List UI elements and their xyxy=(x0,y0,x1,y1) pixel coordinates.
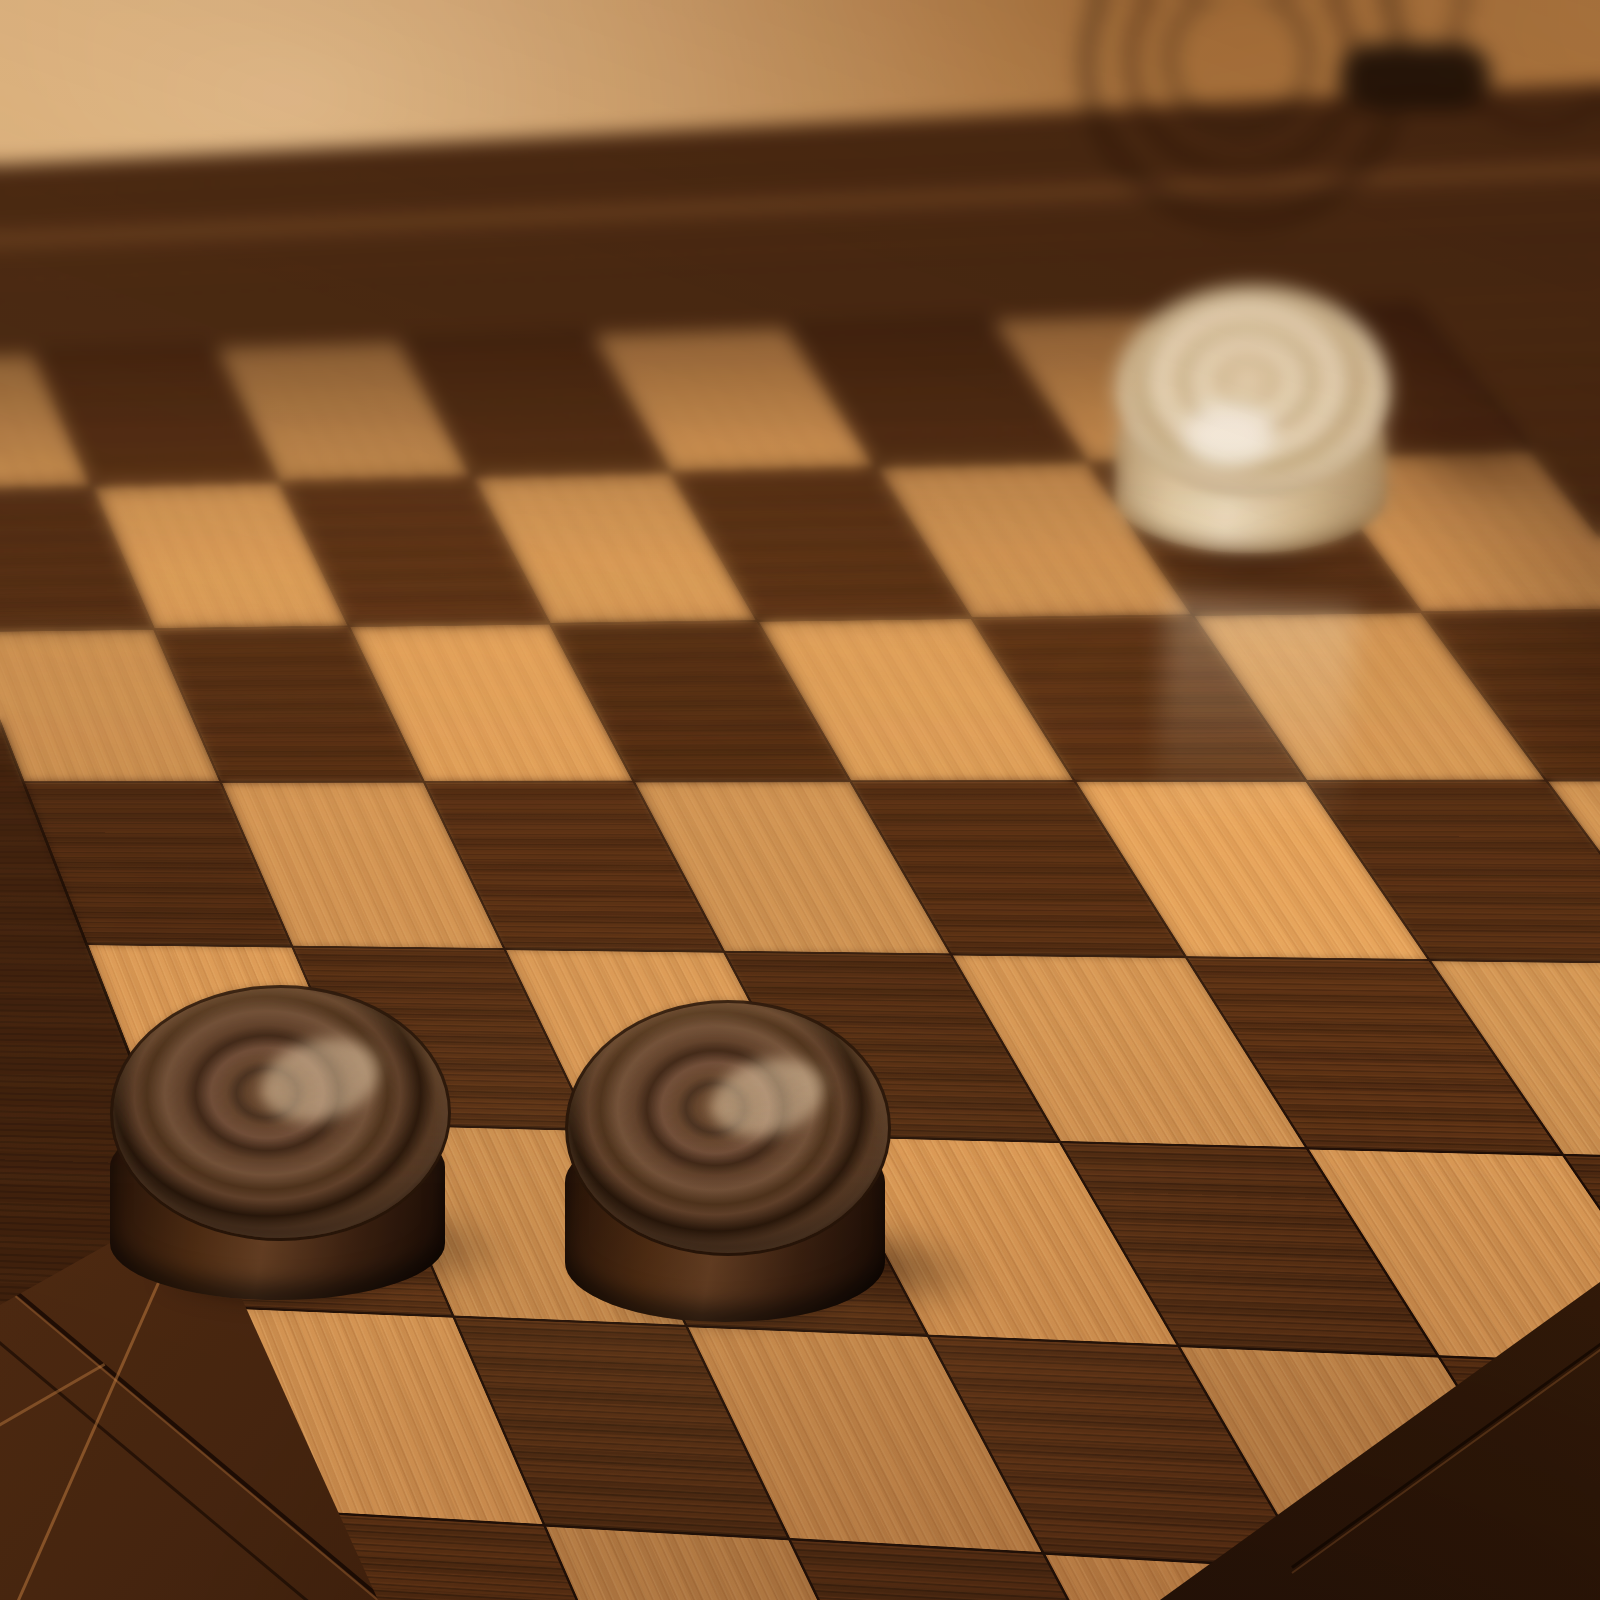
checker-piece-dark-c3[interactable] xyxy=(565,1000,905,1345)
specular-highlight xyxy=(1183,403,1275,467)
checker-piece-dark-a3[interactable] xyxy=(110,985,455,1325)
checker-piece-white-g7[interactable] xyxy=(1115,285,1395,615)
piece-top-face xyxy=(1115,285,1391,497)
frame-edge-highlight xyxy=(0,157,1600,270)
scene xyxy=(0,0,1600,1600)
